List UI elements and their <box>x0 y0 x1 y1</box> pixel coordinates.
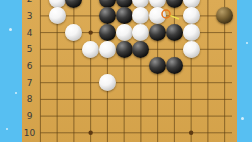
go-app-screen: 2345678910 <box>0 0 252 142</box>
background-speck <box>15 92 17 94</box>
black-stone <box>116 7 133 24</box>
white-stone <box>132 24 149 41</box>
white-stone <box>149 7 166 24</box>
background-speck <box>6 128 8 130</box>
black-stone <box>99 7 116 24</box>
black-stone <box>149 57 166 74</box>
white-stone <box>183 24 200 41</box>
black-stone <box>149 24 166 41</box>
black-stone <box>132 41 149 58</box>
white-stone <box>132 7 149 24</box>
brown-stone <box>216 7 233 24</box>
black-stone <box>166 57 183 74</box>
black-stone <box>116 41 133 58</box>
black-stone <box>166 24 183 41</box>
stones-layer <box>32 0 233 141</box>
white-stone <box>99 41 116 58</box>
white-stone <box>65 24 82 41</box>
white-stone <box>49 7 66 24</box>
go-board[interactable]: 2345678910 <box>22 0 237 142</box>
background-speck <box>241 117 244 120</box>
white-stone <box>183 41 200 58</box>
black-stone <box>166 0 183 8</box>
black-stone <box>99 24 116 41</box>
background-speck <box>246 42 248 44</box>
white-stone <box>116 24 133 41</box>
black-stone <box>65 0 82 8</box>
background-speck <box>9 28 12 31</box>
white-stone <box>183 7 200 24</box>
white-stone <box>82 41 99 58</box>
white-stone <box>99 74 116 91</box>
